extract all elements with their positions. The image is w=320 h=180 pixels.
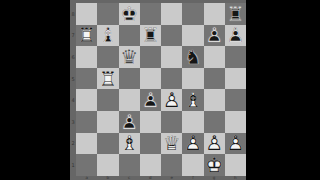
black-pawn: ♟♙ — [140, 89, 161, 111]
square-d4: ♟♙ — [140, 89, 161, 111]
square-e7 — [161, 25, 182, 47]
square-a2 — [76, 133, 97, 155]
file-label-a: a — [76, 176, 97, 180]
square-h6 — [225, 46, 246, 68]
piece-outline-glyph: ♙ — [204, 133, 225, 155]
white-pawn: ♟♙ — [204, 133, 225, 155]
square-e1 — [161, 154, 182, 176]
white-king: ♚♔ — [204, 154, 225, 176]
square-a7: ♜♖ — [76, 25, 97, 47]
piece-outline-glyph: ♔ — [204, 154, 225, 176]
square-d3 — [140, 111, 161, 133]
piece-outline-glyph: ♔ — [119, 3, 140, 25]
square-c2: ♝♗ — [119, 133, 140, 155]
square-b1 — [97, 154, 118, 176]
piece-outline-glyph: ♗ — [97, 25, 118, 47]
square-e5 — [161, 68, 182, 90]
square-f5 — [182, 68, 203, 90]
black-rook: ♜♖ — [225, 3, 246, 25]
white-rook: ♜♖ — [97, 68, 118, 90]
square-b3 — [97, 111, 118, 133]
square-h8: ♜♖ — [225, 3, 246, 25]
square-e8 — [161, 3, 182, 25]
white-pawn: ♟♙ — [225, 133, 246, 155]
piece-outline-glyph: ♙ — [225, 25, 246, 47]
piece-outline-glyph: ♕ — [119, 46, 140, 68]
piece-outline-glyph: ♗ — [119, 133, 140, 155]
square-b8 — [97, 3, 118, 25]
square-a6 — [76, 46, 97, 68]
piece-outline-glyph: ♙ — [204, 25, 225, 47]
square-f1 — [182, 154, 203, 176]
board-grid: ♚♔♜♖♜♖♝♗♜♖♟♙♟♙♛♕♞♘♜♖♟♙♟♙♝♗♟♙♝♗♛♕♟♙♟♙♟♙♚♔ — [76, 3, 246, 176]
square-b6 — [97, 46, 118, 68]
square-h1 — [225, 154, 246, 176]
piece-outline-glyph: ♘ — [182, 46, 203, 68]
white-pawn: ♟♙ — [161, 89, 182, 111]
square-e3 — [161, 111, 182, 133]
piece-outline-glyph: ♙ — [225, 133, 246, 155]
square-h5 — [225, 68, 246, 90]
file-label-c: c — [119, 176, 140, 180]
white-bishop: ♝♗ — [182, 89, 203, 111]
piece-outline-glyph: ♙ — [182, 133, 203, 155]
square-d1 — [140, 154, 161, 176]
square-b7: ♝♗ — [97, 25, 118, 47]
square-g5 — [204, 68, 225, 90]
black-bishop: ♝♗ — [97, 25, 118, 47]
square-f8 — [182, 3, 203, 25]
square-a1 — [76, 154, 97, 176]
file-label-d: d — [140, 176, 161, 180]
square-h4 — [225, 89, 246, 111]
square-c4 — [119, 89, 140, 111]
square-e6 — [161, 46, 182, 68]
square-f6: ♞♘ — [182, 46, 203, 68]
square-c3: ♟♙ — [119, 111, 140, 133]
file-label-e: e — [161, 176, 182, 180]
square-g6 — [204, 46, 225, 68]
square-d5 — [140, 68, 161, 90]
piece-outline-glyph: ♙ — [119, 111, 140, 133]
square-g1: ♚♔ — [204, 154, 225, 176]
square-a5 — [76, 68, 97, 90]
black-pawn: ♟♙ — [204, 25, 225, 47]
square-g2: ♟♙ — [204, 133, 225, 155]
square-b4 — [97, 89, 118, 111]
piece-outline-glyph: ♕ — [161, 133, 182, 155]
square-c8: ♚♔ — [119, 3, 140, 25]
black-pawn: ♟♙ — [225, 25, 246, 47]
black-rook: ♜♖ — [140, 25, 161, 47]
piece-outline-glyph: ♙ — [140, 89, 161, 111]
square-b2 — [97, 133, 118, 155]
square-d8 — [140, 3, 161, 25]
white-queen: ♛♕ — [161, 133, 182, 155]
file-label-h: h — [225, 176, 246, 180]
video-frame: 87654321 ♚♔♜♖♜♖♝♗♜♖♟♙♟♙♛♕♞♘♜♖♟♙♟♙♝♗♟♙♝♗♛… — [0, 0, 320, 180]
square-a4 — [76, 89, 97, 111]
square-h7: ♟♙ — [225, 25, 246, 47]
file-label-b: b — [97, 176, 118, 180]
piece-outline-glyph: ♙ — [161, 89, 182, 111]
piece-outline-glyph: ♖ — [140, 25, 161, 47]
square-g8 — [204, 3, 225, 25]
piece-outline-glyph: ♖ — [225, 3, 246, 25]
square-c1 — [119, 154, 140, 176]
square-g3 — [204, 111, 225, 133]
square-a8 — [76, 3, 97, 25]
piece-outline-glyph: ♖ — [97, 68, 118, 90]
file-label-f: f — [182, 176, 203, 180]
square-e2: ♛♕ — [161, 133, 182, 155]
black-pawn: ♟♙ — [119, 111, 140, 133]
square-h2: ♟♙ — [225, 133, 246, 155]
black-queen: ♛♕ — [119, 46, 140, 68]
white-pawn: ♟♙ — [182, 133, 203, 155]
square-g7: ♟♙ — [204, 25, 225, 47]
square-c7 — [119, 25, 140, 47]
square-c6: ♛♕ — [119, 46, 140, 68]
chess-board: 87654321 ♚♔♜♖♜♖♝♗♜♖♟♙♟♙♛♕♞♘♜♖♟♙♟♙♝♗♟♙♝♗♛… — [70, 0, 246, 180]
square-f2: ♟♙ — [182, 133, 203, 155]
white-rook: ♜♖ — [76, 25, 97, 47]
square-f4: ♝♗ — [182, 89, 203, 111]
square-d2 — [140, 133, 161, 155]
square-f7 — [182, 25, 203, 47]
piece-outline-glyph: ♗ — [182, 89, 203, 111]
square-a3 — [76, 111, 97, 133]
square-h3 — [225, 111, 246, 133]
square-f3 — [182, 111, 203, 133]
piece-outline-glyph: ♖ — [76, 25, 97, 47]
black-knight: ♞♘ — [182, 46, 203, 68]
square-d7: ♜♖ — [140, 25, 161, 47]
white-bishop: ♝♗ — [119, 133, 140, 155]
square-c5 — [119, 68, 140, 90]
square-d6 — [140, 46, 161, 68]
black-king: ♚♔ — [119, 3, 140, 25]
square-g4 — [204, 89, 225, 111]
square-b5: ♜♖ — [97, 68, 118, 90]
square-e4: ♟♙ — [161, 89, 182, 111]
